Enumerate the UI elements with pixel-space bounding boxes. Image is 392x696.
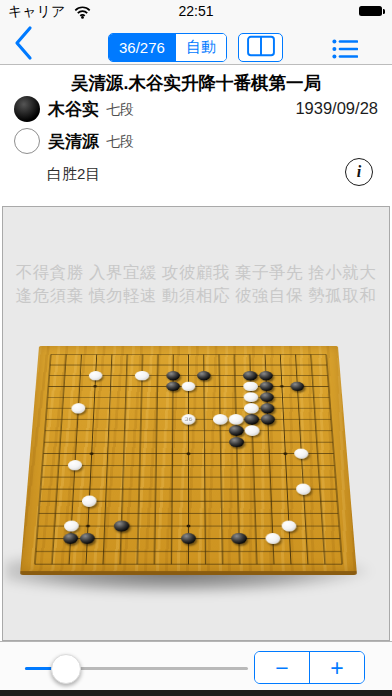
stone-white	[135, 371, 149, 381]
white-player-rank: 七段	[106, 131, 134, 151]
stone-white	[213, 414, 228, 424]
stone-black	[259, 371, 273, 381]
book-button[interactable]	[238, 33, 283, 62]
status-time: 22:51	[0, 3, 392, 19]
stone-black	[243, 371, 257, 381]
moves-list-button[interactable]	[330, 38, 360, 62]
game-date: 1939/09/28	[295, 99, 378, 118]
info-button[interactable]: i	[345, 158, 373, 186]
previous-move-button[interactable]: −	[255, 652, 309, 683]
battery-icon	[359, 6, 382, 16]
go-board[interactable]: 36	[20, 346, 357, 575]
board-panel: 不得貪勝 入界宜緩 攻彼顧我 棄子爭先 捨小就大 逢危須棄 慎勿軽速 動須相応 …	[2, 206, 390, 641]
game-info-section: 吴清源.木谷实升降十番棋第一局 木谷实 七段 1939/09/28 吴清源 七段…	[0, 66, 392, 206]
stone-black	[229, 426, 244, 436]
list-icon	[332, 48, 358, 63]
next-move-button[interactable]: +	[309, 652, 364, 683]
auto-play-button[interactable]: 自動	[175, 34, 226, 61]
stone-white	[244, 381, 258, 391]
stone-white	[296, 484, 312, 495]
black-player-row: 木谷实 七段	[14, 96, 134, 122]
game-result: 白胜2目	[47, 165, 100, 184]
proverb-line-1: 不得貪勝 入界宜緩 攻彼顧我 棄子爭先 捨小就大	[3, 261, 389, 284]
stone-black	[114, 520, 130, 531]
stone-black	[231, 533, 247, 545]
proverb-line-2: 逢危須棄 慎勿軽速 動須相応 彼強自保 勢孤取和	[3, 284, 389, 307]
game-title: 吴清源.木谷实升降十番棋第一局	[0, 71, 392, 95]
stone-white	[245, 426, 260, 436]
chevron-left-icon	[12, 49, 34, 64]
info-icon: i	[357, 163, 361, 181]
nav-bar: 36/276 自動	[0, 22, 392, 65]
move-slider[interactable]	[25, 642, 248, 691]
stone-white	[229, 414, 244, 424]
white-stone-icon	[14, 128, 40, 154]
black-player-name: 木谷实	[48, 98, 99, 121]
black-stone-icon	[14, 96, 40, 122]
stone-black	[245, 414, 260, 424]
stone-black	[166, 371, 180, 381]
back-button[interactable]	[8, 25, 38, 63]
stone-black	[260, 403, 275, 413]
stone-white	[244, 403, 259, 413]
screen-bottom-edge	[0, 690, 392, 696]
stone-white	[71, 403, 86, 413]
black-player-rank: 七段	[106, 99, 134, 119]
move-segmented-control: 36/276 自動	[108, 33, 227, 62]
slider-thumb[interactable]	[51, 654, 81, 684]
go-proverbs: 不得貪勝 入界宜緩 攻彼顧我 棄子爭先 捨小就大 逢危須棄 慎勿軽速 動須相応 …	[3, 261, 389, 307]
book-icon	[245, 34, 277, 61]
white-player-name: 吴清源	[48, 130, 99, 153]
move-stepper: − +	[254, 651, 365, 684]
move-number-label: 36	[181, 414, 195, 424]
stone-black	[260, 414, 275, 424]
bottom-bar: − +	[0, 641, 392, 690]
status-bar: キャリア 22:51	[0, 0, 392, 22]
move-counter-button[interactable]: 36/276	[109, 34, 175, 61]
stone-black	[229, 437, 244, 447]
stone-last-move: 36	[181, 414, 195, 424]
white-player-row: 吴清源 七段	[14, 128, 134, 154]
